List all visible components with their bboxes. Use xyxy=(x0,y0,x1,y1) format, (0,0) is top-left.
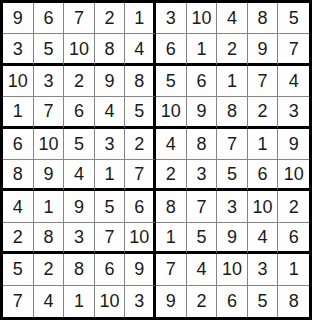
cell-r10c5[interactable]: 3 xyxy=(125,286,156,317)
cell-r3c10[interactable]: 4 xyxy=(278,66,309,97)
cell-r10c7[interactable]: 2 xyxy=(187,286,218,317)
cell-r3c4[interactable]: 9 xyxy=(95,66,126,97)
cell-r7c6[interactable]: 8 xyxy=(156,191,187,222)
cell-r3c9[interactable]: 7 xyxy=(248,66,279,97)
cell-r6c1[interactable]: 8 xyxy=(3,160,34,191)
cell-r8c1[interactable]: 2 xyxy=(3,223,34,254)
cell-r9c6[interactable]: 7 xyxy=(156,254,187,285)
cell-r6c8[interactable]: 5 xyxy=(217,160,248,191)
cell-r1c10[interactable]: 5 xyxy=(278,3,309,34)
cell-r1c4[interactable]: 2 xyxy=(95,3,126,34)
cell-r8c8[interactable]: 9 xyxy=(217,223,248,254)
cell-r1c3[interactable]: 7 xyxy=(64,3,95,34)
cell-r7c10[interactable]: 2 xyxy=(278,191,309,222)
cell-r8c10[interactable]: 6 xyxy=(278,223,309,254)
cell-r9c3[interactable]: 8 xyxy=(64,254,95,285)
cell-r9c1[interactable]: 5 xyxy=(3,254,34,285)
cell-r1c5[interactable]: 1 xyxy=(125,3,156,34)
cell-r2c1[interactable]: 3 xyxy=(3,34,34,65)
cell-r3c1[interactable]: 10 xyxy=(3,66,34,97)
cell-r4c3[interactable]: 6 xyxy=(64,97,95,128)
cell-r5c1[interactable]: 6 xyxy=(3,129,34,160)
cell-r9c4[interactable]: 6 xyxy=(95,254,126,285)
cell-r8c2[interactable]: 8 xyxy=(34,223,65,254)
cell-r8c4[interactable]: 7 xyxy=(95,223,126,254)
cell-r6c2[interactable]: 9 xyxy=(34,160,65,191)
cell-r7c3[interactable]: 9 xyxy=(64,191,95,222)
cell-r9c10[interactable]: 1 xyxy=(278,254,309,285)
cell-r6c10[interactable]: 10 xyxy=(278,160,309,191)
cell-r1c8[interactable]: 4 xyxy=(217,3,248,34)
cell-r9c7[interactable]: 4 xyxy=(187,254,218,285)
cell-r9c8[interactable]: 10 xyxy=(217,254,248,285)
cell-r8c3[interactable]: 3 xyxy=(64,223,95,254)
cell-r7c8[interactable]: 3 xyxy=(217,191,248,222)
cell-r4c5[interactable]: 5 xyxy=(125,97,156,128)
cell-r7c9[interactable]: 10 xyxy=(248,191,279,222)
cell-r4c4[interactable]: 4 xyxy=(95,97,126,128)
cell-r1c7[interactable]: 10 xyxy=(187,3,218,34)
cell-r4c8[interactable]: 8 xyxy=(217,97,248,128)
cell-r5c4[interactable]: 3 xyxy=(95,129,126,160)
cell-r8c9[interactable]: 4 xyxy=(248,223,279,254)
cell-r6c6[interactable]: 2 xyxy=(156,160,187,191)
cell-r7c5[interactable]: 6 xyxy=(125,191,156,222)
cell-r10c1[interactable]: 7 xyxy=(3,286,34,317)
cell-r4c9[interactable]: 2 xyxy=(248,97,279,128)
cell-r9c5[interactable]: 9 xyxy=(125,254,156,285)
cell-r3c6[interactable]: 5 xyxy=(156,66,187,97)
cell-r10c10[interactable]: 8 xyxy=(278,286,309,317)
cell-r9c2[interactable]: 2 xyxy=(34,254,65,285)
cell-r4c7[interactable]: 9 xyxy=(187,97,218,128)
cell-r4c1[interactable]: 1 xyxy=(3,97,34,128)
cell-r3c2[interactable]: 3 xyxy=(34,66,65,97)
cell-r6c3[interactable]: 4 xyxy=(64,160,95,191)
cell-r1c6[interactable]: 3 xyxy=(156,3,187,34)
cell-r8c5[interactable]: 10 xyxy=(125,223,156,254)
cell-r8c7[interactable]: 5 xyxy=(187,223,218,254)
cell-r9c9[interactable]: 3 xyxy=(248,254,279,285)
cell-r6c4[interactable]: 1 xyxy=(95,160,126,191)
cell-r5c5[interactable]: 2 xyxy=(125,129,156,160)
cell-r7c7[interactable]: 7 xyxy=(187,191,218,222)
cell-r7c4[interactable]: 5 xyxy=(95,191,126,222)
cell-r2c2[interactable]: 5 xyxy=(34,34,65,65)
cell-r5c8[interactable]: 7 xyxy=(217,129,248,160)
cell-r10c3[interactable]: 1 xyxy=(64,286,95,317)
cell-r3c7[interactable]: 6 xyxy=(187,66,218,97)
cell-r2c3[interactable]: 10 xyxy=(64,34,95,65)
cell-r2c6[interactable]: 6 xyxy=(156,34,187,65)
sudoku-board: 9672131048535108461297103298561741764510… xyxy=(0,0,312,320)
cell-r2c7[interactable]: 1 xyxy=(187,34,218,65)
cell-r7c1[interactable]: 4 xyxy=(3,191,34,222)
cell-r6c7[interactable]: 3 xyxy=(187,160,218,191)
cell-r8c6[interactable]: 1 xyxy=(156,223,187,254)
cell-r10c2[interactable]: 4 xyxy=(34,286,65,317)
cell-r7c2[interactable]: 1 xyxy=(34,191,65,222)
cell-r10c9[interactable]: 5 xyxy=(248,286,279,317)
cell-r3c5[interactable]: 8 xyxy=(125,66,156,97)
cell-r4c10[interactable]: 3 xyxy=(278,97,309,128)
cell-r5c10[interactable]: 9 xyxy=(278,129,309,160)
cell-r2c5[interactable]: 4 xyxy=(125,34,156,65)
cell-r2c9[interactable]: 9 xyxy=(248,34,279,65)
cell-r5c2[interactable]: 10 xyxy=(34,129,65,160)
cell-r2c8[interactable]: 2 xyxy=(217,34,248,65)
cell-r10c8[interactable]: 6 xyxy=(217,286,248,317)
cell-r6c5[interactable]: 7 xyxy=(125,160,156,191)
cell-r2c4[interactable]: 8 xyxy=(95,34,126,65)
cell-r10c4[interactable]: 10 xyxy=(95,286,126,317)
cell-r4c2[interactable]: 7 xyxy=(34,97,65,128)
cell-r5c6[interactable]: 4 xyxy=(156,129,187,160)
cell-r5c9[interactable]: 1 xyxy=(248,129,279,160)
cell-r5c7[interactable]: 8 xyxy=(187,129,218,160)
cell-r1c9[interactable]: 8 xyxy=(248,3,279,34)
cell-r4c6[interactable]: 10 xyxy=(156,97,187,128)
cell-r1c1[interactable]: 9 xyxy=(3,3,34,34)
cell-r3c3[interactable]: 2 xyxy=(64,66,95,97)
cell-r1c2[interactable]: 6 xyxy=(34,3,65,34)
cell-r10c6[interactable]: 9 xyxy=(156,286,187,317)
cell-r6c9[interactable]: 6 xyxy=(248,160,279,191)
cell-r5c3[interactable]: 5 xyxy=(64,129,95,160)
cell-r2c10[interactable]: 7 xyxy=(278,34,309,65)
cell-r3c8[interactable]: 1 xyxy=(217,66,248,97)
